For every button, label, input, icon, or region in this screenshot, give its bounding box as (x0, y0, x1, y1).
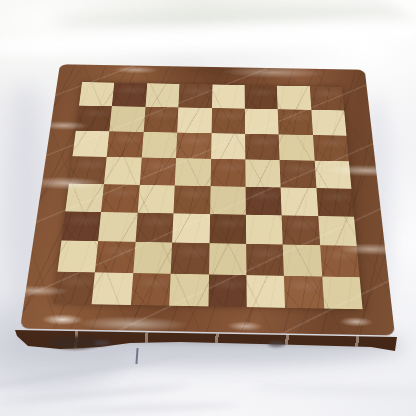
square-e6 (211, 133, 246, 159)
square-g2 (283, 245, 322, 277)
square-b1 (92, 272, 133, 305)
square-f1 (246, 275, 285, 308)
square-a4 (65, 183, 104, 212)
square-b5 (104, 157, 141, 185)
square-d5 (175, 158, 211, 186)
cloth-fold-ridge-top-right (348, 0, 416, 72)
square-e5 (210, 159, 245, 187)
square-h5 (314, 161, 351, 189)
square-c7 (143, 107, 178, 132)
square-g7 (278, 109, 313, 134)
square-g4 (281, 187, 318, 216)
square-g5 (280, 160, 316, 188)
square-e3 (209, 214, 246, 244)
square-f8 (245, 85, 278, 109)
cloth-crease-3 (70, 403, 240, 413)
square-e8 (212, 84, 245, 108)
square-b8 (112, 83, 147, 107)
square-b4 (101, 184, 139, 213)
square-f7 (245, 109, 279, 134)
square-a5 (69, 156, 107, 184)
square-a1 (53, 271, 95, 304)
square-c3 (135, 213, 173, 243)
cloth-fold-valley-top (50, 5, 416, 28)
square-h6 (313, 135, 349, 162)
square-f6 (245, 134, 280, 160)
board-grid (53, 82, 362, 309)
photo-scene (0, 0, 416, 416)
square-f5 (245, 160, 281, 188)
square-b2 (95, 241, 135, 272)
square-a6 (72, 131, 109, 157)
square-a2 (58, 241, 99, 272)
square-d4 (174, 185, 211, 214)
square-f4 (245, 186, 281, 215)
square-g8 (277, 86, 311, 110)
square-b6 (107, 131, 143, 157)
square-c4 (137, 185, 174, 214)
square-a7 (76, 106, 112, 131)
square-e7 (211, 108, 245, 133)
square-h7 (311, 110, 346, 135)
square-h3 (318, 216, 357, 246)
chess-board (20, 64, 395, 335)
square-d3 (172, 213, 209, 243)
square-c8 (145, 83, 179, 107)
square-a8 (79, 82, 115, 106)
cloth-crease-2 (0, 384, 190, 405)
square-g3 (282, 215, 320, 245)
square-e4 (210, 186, 246, 215)
square-f2 (246, 244, 284, 275)
square-d6 (176, 132, 211, 158)
cloth-fold-ridge-top (0, 18, 416, 60)
square-d1 (169, 273, 208, 306)
marble-frame (20, 64, 395, 335)
square-h4 (316, 188, 354, 217)
square-h1 (322, 276, 363, 309)
square-f3 (246, 215, 283, 245)
cloth-fold-valley-top-right (365, 0, 416, 57)
square-d7 (177, 108, 211, 133)
cloth-crease-1 (0, 352, 193, 390)
square-g6 (279, 134, 315, 160)
square-g1 (284, 276, 324, 309)
square-b3 (98, 212, 137, 242)
square-c1 (131, 273, 171, 306)
square-a3 (62, 211, 102, 241)
loose-thread (135, 348, 138, 364)
square-h2 (320, 245, 360, 277)
square-b7 (110, 106, 146, 131)
square-h8 (310, 86, 345, 110)
square-e2 (209, 243, 247, 274)
square-c5 (140, 158, 177, 186)
cloth-crease-4 (250, 385, 416, 397)
square-c6 (142, 132, 178, 158)
square-c2 (133, 242, 172, 273)
square-d8 (178, 84, 212, 108)
square-e1 (208, 274, 247, 307)
square-d2 (171, 243, 209, 274)
